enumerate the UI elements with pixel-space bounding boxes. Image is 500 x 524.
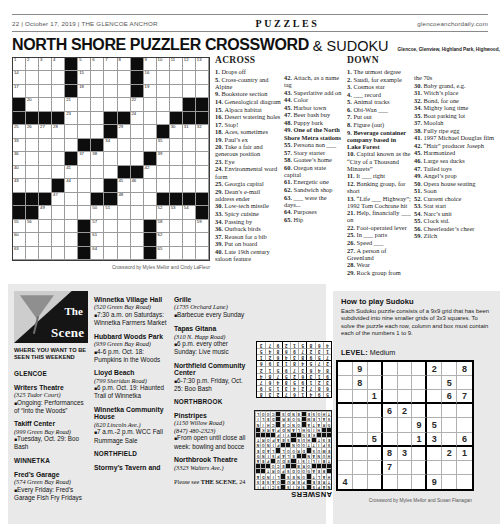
crossword-black-cell: [157, 193, 170, 206]
scene-venue: Tapas Gitana: [174, 325, 248, 332]
answer-letter-cell: H: [326, 453, 331, 458]
sudoku-cell: [442, 433, 457, 447]
answer-letter-cell: N: [265, 442, 270, 447]
crossword-cell: [118, 152, 131, 165]
sudoku-cell: 2: [315, 379, 323, 385]
answer-letter-cell: D: [260, 473, 265, 478]
crossword-cell-number: 14: [14, 71, 19, 76]
crossword-cell-number: 33: [14, 139, 19, 144]
answer-black-cell: [301, 411, 306, 416]
across-clue-list-2: 42. Attach, as a name tag43. Superlative…: [284, 74, 343, 223]
clue-item: 8. Figure (out): [347, 121, 411, 128]
answer-black-cell: [265, 463, 270, 468]
answer-letter-cell: I: [255, 416, 260, 421]
crossword-black-cell: [183, 193, 196, 206]
answer-letter-cell: U: [301, 437, 306, 442]
header-issue-info: 22 | October 17, 2019 | THE GLENCOE ANCH…: [12, 20, 158, 27]
answer-letter-cell: R: [290, 479, 295, 484]
clue-item: 39. Put on board: [215, 240, 281, 247]
crossword-cell: [170, 233, 183, 246]
answer-black-cell: [265, 432, 270, 437]
scene-event: ■Tuesday, Oct. 29: Boo Bash: [14, 435, 90, 451]
answer-letter-cell: L: [255, 411, 260, 416]
sudoku-cell: [398, 362, 413, 376]
crossword-cell: 38: [91, 152, 104, 165]
crossword-cell-number: 38: [92, 152, 97, 157]
sudoku-cell: [398, 461, 413, 475]
crossword-cell: [91, 85, 104, 98]
sudoku-cell: 8: [265, 373, 273, 379]
crossword-cell: [196, 85, 209, 98]
answer-letter-cell: G: [296, 416, 301, 421]
scene-event: ■Ongoing: Performances of “Into the Wood…: [14, 399, 90, 415]
answer-letter-cell: S: [275, 484, 280, 489]
sudoku-cell: [412, 376, 427, 390]
sudoku-cell: [368, 362, 383, 376]
crossword-cell-number: 56: [27, 220, 32, 225]
crossword-cell: [131, 220, 144, 233]
crossword-cell: [196, 247, 209, 260]
sudoku-answer-grid: 5941672386872431593219584679136257848463…: [256, 341, 332, 398]
clue-item: 34. Mighty long time: [414, 104, 498, 111]
logo-text-the: The: [64, 305, 82, 317]
scene-city: NORTHBROOK: [174, 398, 248, 406]
sudoku-cell: 6: [442, 390, 457, 404]
answer-letter-cell: I: [296, 458, 301, 463]
clue-item: 29. Dean’s e-mail address ender: [215, 188, 281, 202]
sudoku-cell: [427, 461, 442, 475]
crossword-cell: [118, 98, 131, 111]
crossword-cell: 28: [52, 125, 65, 138]
down-clue-list-1: 1. The utmost degree2. Saudi, for exampl…: [347, 68, 411, 276]
sudoku-cell: 7: [306, 385, 314, 391]
answer-letter-cell: I: [290, 484, 295, 489]
scene-venue: Takiff Center: [14, 420, 90, 427]
crossword-cell: [39, 179, 52, 192]
crossword-cell: 17: [13, 85, 26, 98]
sudoku-cell: 9: [427, 475, 442, 489]
crossword-cell-number: 6: [92, 58, 94, 63]
answer-letter-cell: K: [296, 484, 301, 489]
crossword-cell: [118, 233, 131, 246]
answer-black-cell: [280, 479, 285, 484]
answer-letter-cell: N: [290, 411, 295, 416]
answer-letter-cell: A: [270, 479, 275, 484]
clue-item: 11. It ___ right: [347, 172, 411, 179]
answer-letter-cell: E: [285, 416, 290, 421]
answer-letter-cell: P: [280, 468, 285, 473]
clue-item: 1. The utmost degree: [347, 68, 411, 75]
answer-black-cell: [321, 427, 326, 432]
clue-item: 37. Moolah: [414, 119, 498, 126]
crossword-cell-number: 27: [40, 125, 45, 130]
clue-item: 35. Boat parking lot: [414, 112, 498, 119]
sudoku-cell: [338, 461, 353, 475]
crossword-cell: [78, 179, 91, 192]
sudoku-cell: 3: [273, 360, 281, 366]
answer-letter-cell: R: [260, 437, 265, 442]
scene-addr: (325 Tudor Court): [14, 391, 90, 399]
crossword-cell: [196, 71, 209, 84]
crossword-cell-number: 57: [92, 220, 97, 225]
crossword-cell-number: 63: [14, 247, 19, 252]
across-clues-column-1: ACROSS 1. Drops off5. Cross-country and …: [215, 57, 281, 262]
crossword-cell: [131, 139, 144, 152]
clue-item: 36. Outback birds: [215, 225, 281, 232]
clue-item: 25. Georgia capital: [215, 180, 281, 187]
clue-item: 1. Drops off: [215, 68, 281, 75]
sudoku-cell: [398, 418, 413, 432]
answer-letter-cell: P: [301, 479, 306, 484]
answer-letter-cell: G: [301, 432, 306, 437]
sudoku-cell: [338, 404, 353, 418]
answer-letter-cell: S: [311, 411, 316, 416]
answer-letter-cell: L: [316, 473, 321, 478]
answer-black-cell: [296, 432, 301, 437]
square-bullet-icon: ■: [174, 312, 177, 318]
crossword-cell: [65, 247, 78, 260]
answer-black-cell: [321, 463, 326, 468]
crossword-cell: 52: [157, 206, 170, 219]
crossword-black-cell: [91, 139, 104, 152]
crossword-cell: [91, 166, 104, 179]
clue-item: 6. Obi-Wan ___: [347, 106, 411, 113]
crossword-cell: 43: [13, 179, 26, 192]
answer-letter-cell: U: [321, 453, 326, 458]
crossword-black-cell: [65, 58, 78, 71]
answer-black-cell: [311, 463, 316, 468]
sudoku-cell: 2: [282, 342, 290, 348]
sudoku-cell: 5: [368, 433, 383, 447]
answer-letter-cell: T: [326, 458, 331, 463]
answer-letter-cell: N: [326, 484, 331, 489]
crossword-cell: [196, 179, 209, 192]
sudoku-cell: 6: [265, 379, 273, 385]
crossword-cell-number: 15: [79, 71, 84, 76]
clue-item: 13. “Life ___ Highway”; 1992 Tom Cochran…: [347, 195, 411, 209]
sudoku-cell: 5: [257, 348, 265, 354]
sudoku-cell: [338, 418, 353, 432]
sudoku-cell: [383, 376, 398, 390]
sudoku-cell: 4: [323, 342, 331, 348]
crossword-cell: [91, 112, 104, 125]
sudoku-cell: 2: [442, 447, 457, 461]
crossword-cell: [196, 233, 209, 246]
crossword-cell: 11: [170, 58, 183, 71]
crossword-cell: 31: [183, 125, 196, 138]
crossword-cell: 46: [131, 179, 144, 192]
clue-item: 64. Purposes: [284, 208, 343, 215]
scene-event: ■4-6 p.m. Oct. 18: Pumpkins in the Woods: [94, 348, 168, 364]
answer-letter-cell: O: [296, 421, 301, 426]
answer-black-cell: [255, 432, 260, 437]
crossword-black-cell: [39, 193, 52, 206]
sudoku-cell: [427, 447, 442, 461]
answer-black-cell: [275, 421, 280, 426]
crossword-cell-number: 12: [184, 58, 189, 63]
square-bullet-icon: ■: [94, 312, 97, 318]
scene-addr: (310 N. Happ Road): [174, 333, 248, 341]
crossword-cell: [131, 193, 144, 206]
sudoku-cell: 6: [298, 373, 306, 379]
answer-letter-cell: E: [306, 411, 311, 416]
answer-letter-cell: E: [326, 437, 331, 442]
crossword-cell-number: 41: [66, 166, 71, 171]
crossword-cell: [52, 98, 65, 111]
sudoku-cell: 9: [306, 354, 314, 360]
crossword-cell: 40: [13, 166, 26, 179]
answer-black-cell: [321, 432, 326, 437]
answer-letter-cell: E: [311, 479, 316, 484]
crossword-cell: [78, 112, 91, 125]
crossword-cell-number: 59: [197, 220, 202, 225]
crossword-black-cell: [170, 193, 183, 206]
answer-letter-cell: N: [316, 453, 321, 458]
answer-black-cell: [290, 463, 295, 468]
answer-letter-cell: H: [321, 411, 326, 416]
crossword-cell: 35: [157, 139, 170, 152]
answer-black-cell: [290, 458, 295, 463]
crossword-cell: 55: [13, 220, 26, 233]
answer-letter-cell: D: [270, 416, 275, 421]
scene-venue: Stormy’s Tavern and: [94, 464, 168, 471]
scene-more: Please see THE SCENE, 24: [174, 478, 248, 486]
square-bullet-icon: ■: [174, 341, 177, 347]
clue-item: 44. Color: [284, 96, 343, 103]
sudoku-cell: 3: [323, 379, 331, 385]
down-header: DOWN: [347, 57, 411, 64]
answer-letter-cell: P: [270, 437, 275, 442]
sudoku-cell: 8: [257, 391, 265, 397]
clue-item: 63. ___ were the days...: [284, 194, 343, 208]
page-title-sudoku: & SUDOKU: [313, 38, 389, 54]
sudoku-cell: 3: [398, 447, 413, 461]
sudoku-cell: [412, 475, 427, 489]
sudoku-cell: 5: [273, 366, 281, 372]
answer-letter-cell: L: [311, 458, 316, 463]
answer-letter-cell: G: [306, 468, 311, 473]
scene-venue: Winnetka Village Hall: [94, 296, 168, 303]
crossword-cell: [170, 166, 183, 179]
sudoku-cell: [368, 447, 383, 461]
crossword-cell-number: 34: [105, 139, 110, 144]
crossword-cell: [39, 166, 52, 179]
crossword-cell: [52, 152, 65, 165]
scene-addr: (939 Green Bay Road): [94, 340, 168, 348]
clue-item: 10. Capital known as the “City of a Thou…: [347, 150, 411, 171]
crossword-cell: 16: [144, 71, 157, 84]
answer-letter-cell: A: [255, 473, 260, 478]
crossword-black-cell: [65, 152, 78, 165]
crossword-black-cell: [104, 193, 117, 206]
sudoku-cell: 2: [298, 385, 306, 391]
crossword-cell: 15: [78, 71, 91, 84]
answer-black-cell: [301, 416, 306, 421]
across-clue-list-1: 1. Drops off5. Cross-country and Alpine9…: [215, 68, 281, 262]
answer-letter-cell: L: [275, 473, 280, 478]
answer-letter-cell: T: [265, 468, 270, 473]
answer-letter-cell: N: [265, 473, 270, 478]
clue-item: 24. Environmental word form: [215, 165, 281, 179]
sudoku-cell: [353, 418, 368, 432]
sudoku-cell: 5: [315, 354, 323, 360]
crossword-cell-number: 30: [171, 125, 176, 130]
crossword-cell: [78, 206, 91, 219]
answer-letter-cell: B: [296, 463, 301, 468]
answer-letter-cell: O: [306, 463, 311, 468]
scene-event: ■6-7:30 p.m. Friday, Oct. 25: Boo Bash: [174, 377, 248, 393]
clue-item: 3. Cosmos star: [347, 83, 411, 90]
answer-letter-cell: A: [255, 458, 260, 463]
crossword-cell: [144, 98, 157, 111]
answer-letter-cell: D: [290, 468, 295, 473]
answer-letter-cell: L: [280, 447, 285, 452]
crossword-cell: [65, 139, 78, 152]
crossword-cell-number: 26: [27, 125, 32, 130]
crossword-cell: 36: [13, 152, 26, 165]
crossword-cell: 42: [144, 166, 157, 179]
page-title: NORTH SHORE PUZZLER CROSSWORD: [12, 36, 309, 54]
answer-letter-cell: S: [285, 468, 290, 473]
crossword-black-cell: [144, 152, 157, 165]
crossword-black-cell: [144, 233, 157, 246]
sudoku-cell: [368, 376, 383, 390]
crossword-cell-number: 23: [66, 112, 71, 117]
sudoku-cell: 1: [298, 391, 306, 397]
sudoku-cell: 2: [306, 348, 314, 354]
answer-letter-cell: A: [275, 437, 280, 442]
answer-letter-cell: A: [270, 427, 275, 432]
crossword-cell-number: 20: [27, 98, 32, 103]
clue-item: 43. Superlative add on: [284, 89, 343, 96]
sudoku-cell: 6: [282, 348, 290, 354]
answer-black-cell: [326, 463, 331, 468]
sudoku-cell: 8: [282, 379, 290, 385]
crossword-cell: [104, 233, 117, 246]
sudoku-cell: 4: [273, 379, 281, 385]
crossword-black-cell: [78, 139, 91, 152]
crossword-cell: [26, 139, 39, 152]
sudoku-cell: 1: [273, 385, 281, 391]
clue-item: 65. Hip: [284, 216, 343, 223]
crossword-cell-number: 11: [171, 58, 175, 63]
crossword-cell: 51: [104, 206, 117, 219]
crossword-cell: [26, 71, 39, 84]
crossword-cell: [118, 220, 131, 233]
crossword-cell-number: 51: [105, 206, 110, 211]
crossword-black-cell: [196, 98, 209, 111]
answer-letter-cell: E: [280, 437, 285, 442]
sudoku-cell: 7: [257, 379, 265, 385]
answer-letter-cell: H: [316, 427, 321, 432]
answer-black-cell: [311, 437, 316, 442]
down-clues-column-1: DOWN 1. The utmost degree2. Saudi, for e…: [347, 57, 411, 276]
crossword-cell-number: 53: [171, 206, 176, 211]
answer-letter-cell: E: [290, 473, 295, 478]
sudoku-cell: [383, 418, 398, 432]
answer-letter-cell: N: [255, 421, 260, 426]
crossword-cell: [91, 98, 104, 111]
crossword-cell: [170, 139, 183, 152]
crossword-cell-number: 64: [92, 247, 97, 252]
crossword-black-cell: [131, 71, 144, 84]
scene-addr: (847) 480-2323): [174, 427, 248, 435]
sudoku-cell: [457, 461, 472, 475]
crossword-grid: 1234567891011121314151617181920212223242…: [12, 57, 210, 261]
answer-letter-cell: L: [285, 453, 290, 458]
answer-letter-cell: E: [260, 458, 265, 463]
sudoku-cell: [368, 461, 383, 475]
answer-letter-cell: R: [265, 427, 270, 432]
crossword-cell-number: 65: [158, 247, 163, 252]
level-label: LEVEL:: [341, 348, 368, 357]
sudoku-cell: 9: [273, 342, 281, 348]
answer-letter-cell: A: [290, 427, 295, 432]
clue-item: 47. Tailed toys: [414, 165, 498, 172]
crossword-cell-number: 40: [14, 166, 19, 171]
scene-venue: Hubbard Woods Park: [94, 333, 168, 340]
answer-letter-cell: S: [280, 411, 285, 416]
answer-letter-cell: H: [306, 437, 311, 442]
clue-item: 37. Reason for a bib: [215, 233, 281, 240]
sudoku-cell: [338, 390, 353, 404]
clue-item: 52. Current choice: [414, 195, 498, 202]
clue-item: 42. Attach, as a name tag: [284, 74, 343, 88]
scene-event: ■From open until close all week: bowling…: [174, 434, 248, 450]
crossword-cell: 64: [91, 247, 104, 260]
answer-letter-cell: T: [311, 473, 316, 478]
scene-addr: (999 Green Bay Road): [14, 428, 90, 436]
answer-black-cell: [290, 432, 295, 437]
clue-item: 23. Eye: [215, 158, 281, 165]
crossword-cell-number: 61: [92, 233, 97, 238]
crossword-black-cell: [52, 179, 65, 192]
sudoku-cell: 6: [306, 366, 314, 372]
answer-letter-cell: S: [285, 473, 290, 478]
crossword-cell-number: 25: [14, 125, 19, 130]
answer-letter-cell: R: [321, 421, 326, 426]
sudoku-cell: [398, 433, 413, 447]
crossword-cell-number: 28: [53, 125, 58, 130]
crossword-cell-number: 9: [145, 58, 147, 63]
clue-item: 16. Desert watering holes: [215, 113, 281, 120]
crossword-cell: 50: [91, 206, 104, 219]
sudoku-cell: [412, 390, 427, 404]
clue-item: 57. Story starter: [284, 149, 343, 156]
clue-item: 41. 1997 Michael Douglas film: [414, 134, 498, 141]
coverage-towns: Glencoe, Glenview, Highland Park, Highwo…: [398, 47, 500, 52]
crossword-cell: [104, 220, 117, 233]
answer-letter-cell: U: [285, 479, 290, 484]
scene-addr: (1735 Orchard Lane): [174, 303, 248, 311]
crossword-cell: 22: [131, 98, 144, 111]
sudoku-cell: [427, 376, 442, 390]
the-scene-logo: The Scene: [14, 291, 88, 343]
answer-letter-cell: N: [306, 453, 311, 458]
answer-letter-cell: S: [301, 458, 306, 463]
clue-item: 15. Alpaca habitat: [215, 106, 281, 113]
scene-venue: Pinstripes: [174, 412, 248, 419]
scene-tagline: WHERE YOU WANT TO BE SEEN THIS WEEKEND: [14, 347, 92, 361]
sudoku-cell: [457, 376, 472, 390]
clue-item: 12. Banking group, for short: [347, 180, 411, 194]
answer-letter-cell: I: [306, 458, 311, 463]
clue-item: 46. Large sea ducks: [414, 157, 498, 164]
sudoku-cell: 9: [315, 391, 323, 397]
sudoku-cell: 8: [273, 348, 281, 354]
sudoku-cell: 6: [273, 354, 281, 360]
sudoku-cell: 9: [412, 418, 427, 432]
